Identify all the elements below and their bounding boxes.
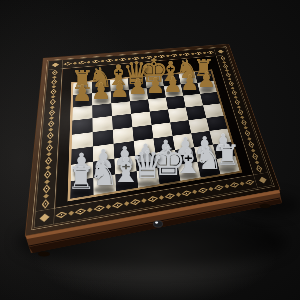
piece-black-pawn-g7[interactable]: ♟ (180, 72, 199, 93)
inlay-lozenge-motif (55, 211, 67, 219)
inlay-dot-motif (48, 128, 53, 132)
piece-black-pawn-b7[interactable]: ♟ (91, 80, 111, 103)
piece-black-pawn-d7[interactable]: ♟ (128, 77, 148, 99)
inlay-corner-rosette (253, 172, 272, 188)
inlay-lozenge-motif (49, 98, 56, 105)
piece-black-pawn-c7[interactable]: ♟ (110, 78, 130, 100)
inlay-dot-motif (224, 184, 229, 188)
inlay-dot-motif (141, 198, 146, 203)
inlay-lozenge-motif (197, 187, 208, 194)
inlay-dot-motif (51, 85, 56, 88)
chess-set-photo: ♜♞♝♛♚♝♞♜♟♟♟♟♟♟♟♟♟♟♟♟♟♟♟♟♜♞♝♛♚♝♞♜ (0, 0, 300, 300)
inlay-lozenge-motif (247, 141, 255, 149)
inlay-dot-motif (208, 187, 213, 191)
drawer-knob-highlight (155, 222, 158, 224)
inlay-dot-motif (124, 201, 129, 206)
inlay-dot-motif (51, 95, 56, 98)
inlay-corner-rosette (34, 208, 55, 228)
inlay-dot-motif (237, 106, 241, 109)
inlay-lozenge-motif (48, 120, 55, 128)
inlay-lozenge-motif (228, 81, 235, 87)
inlay-dot-motif (44, 179, 50, 183)
inlay-lozenge-motif (147, 195, 158, 203)
inlay-lozenge-motif (237, 109, 244, 116)
piece-black-pawn-a7[interactable]: ♟ (72, 82, 92, 105)
inlay-dot-motif (192, 190, 197, 194)
inlay-dot-motif (240, 116, 244, 119)
inlay-dot-motif (87, 208, 93, 213)
inlay-corner-rosette (214, 47, 228, 56)
inlay-lozenge-motif (45, 156, 53, 165)
inlay-dot-motif (251, 149, 255, 153)
inlay-dot-motif (45, 165, 51, 169)
inlay-lozenge-motif (234, 99, 241, 106)
inlay-lozenge-motif (164, 192, 175, 200)
inlay-lozenge-motif (44, 170, 52, 180)
inlay-dot-motif (43, 194, 49, 199)
inlay-lozenge-motif (244, 130, 252, 138)
inlay-dot-motif (52, 76, 57, 79)
inlay-lozenge-motif (240, 119, 247, 126)
inlay-lozenge-motif (48, 109, 55, 116)
piece-black-pawn-e7[interactable]: ♟ (146, 75, 165, 97)
inlay-lozenge-motif (130, 198, 141, 206)
inlay-lozenge-motif (42, 184, 50, 194)
inlay-corner-rosette (48, 60, 63, 70)
inlay-dot-motif (225, 69, 229, 72)
inlay-dot-motif (106, 204, 112, 209)
inlay-dot-motif (68, 211, 74, 216)
inlay-dot-motif (255, 161, 259, 165)
inlay-dot-motif (46, 152, 51, 156)
inlay-lozenge-motif (229, 181, 240, 188)
inlay-lozenge-motif (93, 204, 105, 212)
inlay-dot-motif (50, 106, 55, 109)
inlay-dot-motif (234, 96, 238, 99)
inlay-lozenge-motif (52, 70, 58, 76)
inlay-lozenge-motif (50, 88, 57, 95)
inlay-lozenge-motif (251, 152, 259, 160)
drawer-knob[interactable] (154, 221, 163, 227)
inlay-dot-motif (47, 140, 52, 144)
inlay-lozenge-motif (255, 164, 263, 173)
inlay-dot-motif (247, 137, 251, 140)
inlay-lozenge-motif (47, 132, 54, 140)
inlay-dot-motif (49, 116, 54, 119)
piece-black-pawn-f7[interactable]: ♟ (163, 73, 182, 95)
piece-black-pawn-h7[interactable]: ♟ (197, 70, 216, 91)
inlay-dot-motif (244, 126, 248, 129)
inlay-dot-motif (231, 87, 235, 90)
inlay-dot-motif (176, 192, 181, 196)
piece-white-rook-a1[interactable]: ♜ (67, 163, 95, 194)
inlay-dot-motif (222, 61, 226, 63)
inlay-dot-motif (240, 182, 245, 186)
box-foot-left (38, 252, 50, 257)
inlay-lozenge-motif (244, 179, 255, 186)
inlay-lozenge-motif (75, 207, 87, 215)
inlay-lozenge-motif (51, 79, 57, 85)
inlay-lozenge-motif (112, 201, 123, 209)
inlay-lozenge-motif (213, 184, 224, 191)
inlay-lozenge-motif (46, 144, 53, 153)
inlay-lozenge-motif (41, 199, 49, 210)
inlay-dot-motif (159, 195, 164, 199)
inlay-dot-motif (228, 78, 232, 81)
box-foot-right (260, 204, 271, 208)
inlay-lozenge-motif (181, 190, 192, 197)
